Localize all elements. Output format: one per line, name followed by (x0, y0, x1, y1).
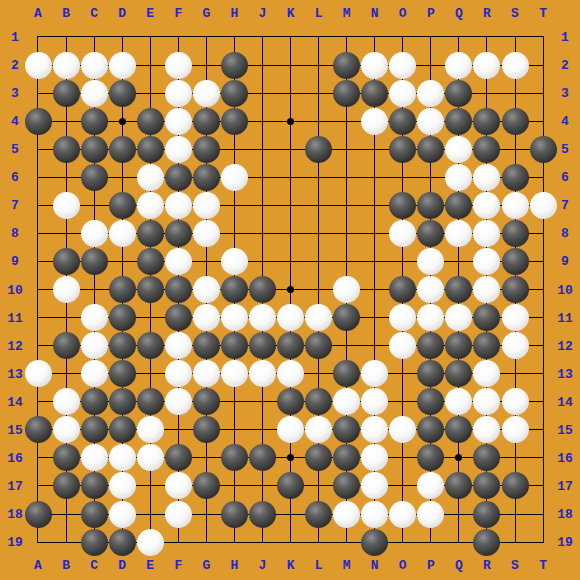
black-stone-S8[interactable] (502, 220, 529, 247)
white-stone-O2[interactable] (389, 52, 416, 79)
black-stone-G17[interactable] (193, 472, 220, 499)
white-stone-J13[interactable] (249, 360, 276, 387)
col-label-top-B: B (62, 6, 70, 21)
white-stone-G10[interactable] (193, 276, 220, 303)
white-stone-G7[interactable] (193, 192, 220, 219)
black-stone-C18[interactable] (81, 501, 108, 528)
col-label-bottom-G: G (202, 558, 210, 573)
black-stone-E5[interactable] (137, 136, 164, 163)
row-label-right-15: 15 (557, 422, 573, 437)
col-label-bottom-T: T (539, 558, 547, 573)
row-label-right-14: 14 (557, 394, 573, 409)
white-stone-Q11[interactable] (445, 304, 472, 331)
black-stone-J10[interactable] (249, 276, 276, 303)
white-stone-S14[interactable] (502, 388, 529, 415)
black-stone-B3[interactable] (53, 80, 80, 107)
col-label-top-C: C (90, 6, 98, 21)
row-label-right-18: 18 (557, 507, 573, 522)
white-stone-H6[interactable] (221, 164, 248, 191)
black-stone-K14[interactable] (277, 388, 304, 415)
col-label-bottom-A: A (34, 558, 42, 573)
black-stone-C5[interactable] (81, 136, 108, 163)
white-stone-F17[interactable] (165, 472, 192, 499)
row-label-right-16: 16 (557, 450, 573, 465)
black-stone-J12[interactable] (249, 332, 276, 359)
black-stone-L12[interactable] (305, 332, 332, 359)
white-stone-Q2[interactable] (445, 52, 472, 79)
col-label-top-K: K (287, 6, 295, 21)
black-stone-C9[interactable] (81, 248, 108, 275)
white-stone-N17[interactable] (361, 472, 388, 499)
black-stone-D13[interactable] (109, 360, 136, 387)
black-stone-D14[interactable] (109, 388, 136, 415)
black-stone-F6[interactable] (165, 164, 192, 191)
row-label-right-4: 4 (561, 114, 569, 129)
black-stone-C19[interactable] (81, 529, 108, 556)
black-stone-H16[interactable] (221, 444, 248, 471)
white-stone-N13[interactable] (361, 360, 388, 387)
white-stone-L11[interactable] (305, 304, 332, 331)
black-stone-Q12[interactable] (445, 332, 472, 359)
black-stone-C4[interactable] (81, 108, 108, 135)
white-stone-R15[interactable] (473, 416, 500, 443)
col-label-bottom-O: O (399, 558, 407, 573)
black-stone-M2[interactable] (333, 52, 360, 79)
white-stone-S15[interactable] (502, 416, 529, 443)
col-label-top-P: P (427, 6, 435, 21)
black-stone-P12[interactable] (417, 332, 444, 359)
white-stone-R8[interactable] (473, 220, 500, 247)
white-stone-C11[interactable] (81, 304, 108, 331)
white-stone-D18[interactable] (109, 501, 136, 528)
star-point (119, 118, 126, 125)
col-label-top-M: M (343, 6, 351, 21)
black-stone-M15[interactable] (333, 416, 360, 443)
col-label-bottom-J: J (259, 558, 267, 573)
black-stone-H3[interactable] (221, 80, 248, 107)
black-stone-R5[interactable] (473, 136, 500, 163)
white-stone-B7[interactable] (53, 192, 80, 219)
col-label-top-O: O (399, 6, 407, 21)
row-label-left-11: 11 (7, 310, 23, 325)
white-stone-F4[interactable] (165, 108, 192, 135)
black-stone-J18[interactable] (249, 501, 276, 528)
col-label-bottom-S: S (511, 558, 519, 573)
white-stone-O18[interactable] (389, 501, 416, 528)
white-stone-F9[interactable] (165, 248, 192, 275)
black-stone-D19[interactable] (109, 529, 136, 556)
black-stone-M3[interactable] (333, 80, 360, 107)
white-stone-P17[interactable] (417, 472, 444, 499)
white-stone-D2[interactable] (109, 52, 136, 79)
white-stone-C13[interactable] (81, 360, 108, 387)
black-stone-D12[interactable] (109, 332, 136, 359)
col-label-top-J: J (259, 6, 267, 21)
black-stone-G6[interactable] (193, 164, 220, 191)
black-stone-P5[interactable] (417, 136, 444, 163)
row-label-right-7: 7 (561, 198, 569, 213)
white-stone-E7[interactable] (137, 192, 164, 219)
row-label-left-8: 8 (11, 226, 19, 241)
row-label-right-3: 3 (561, 86, 569, 101)
col-label-top-Q: Q (455, 6, 463, 21)
row-label-left-1: 1 (11, 30, 19, 45)
black-stone-H10[interactable] (221, 276, 248, 303)
white-stone-F5[interactable] (165, 136, 192, 163)
white-stone-B2[interactable] (53, 52, 80, 79)
black-stone-P13[interactable] (417, 360, 444, 387)
col-label-bottom-N: N (371, 558, 379, 573)
col-label-bottom-K: K (287, 558, 295, 573)
row-label-right-6: 6 (561, 170, 569, 185)
row-label-left-18: 18 (7, 507, 23, 522)
black-stone-E10[interactable] (137, 276, 164, 303)
black-stone-K12[interactable] (277, 332, 304, 359)
black-stone-L5[interactable] (305, 136, 332, 163)
white-stone-F13[interactable] (165, 360, 192, 387)
black-stone-M17[interactable] (333, 472, 360, 499)
black-stone-R19[interactable] (473, 529, 500, 556)
white-stone-Q5[interactable] (445, 136, 472, 163)
black-stone-P16[interactable] (417, 444, 444, 471)
black-stone-S17[interactable] (502, 472, 529, 499)
black-stone-B9[interactable] (53, 248, 80, 275)
col-label-top-S: S (511, 6, 519, 21)
black-stone-G15[interactable] (193, 416, 220, 443)
white-stone-S11[interactable] (502, 304, 529, 331)
col-label-top-N: N (371, 6, 379, 21)
row-label-right-13: 13 (557, 366, 573, 381)
black-stone-N19[interactable] (361, 529, 388, 556)
col-label-top-R: R (483, 6, 491, 21)
black-stone-H2[interactable] (221, 52, 248, 79)
black-stone-R18[interactable] (473, 501, 500, 528)
white-stone-Q14[interactable] (445, 388, 472, 415)
row-label-left-16: 16 (7, 450, 23, 465)
white-stone-R13[interactable] (473, 360, 500, 387)
white-stone-L15[interactable] (305, 416, 332, 443)
star-point (287, 454, 294, 461)
white-stone-R2[interactable] (473, 52, 500, 79)
white-stone-P9[interactable] (417, 248, 444, 275)
black-stone-R11[interactable] (473, 304, 500, 331)
black-stone-R17[interactable] (473, 472, 500, 499)
col-label-bottom-M: M (343, 558, 351, 573)
white-stone-F12[interactable] (165, 332, 192, 359)
black-stone-K17[interactable] (277, 472, 304, 499)
white-stone-M14[interactable] (333, 388, 360, 415)
col-label-bottom-B: B (62, 558, 70, 573)
black-stone-C6[interactable] (81, 164, 108, 191)
black-stone-G12[interactable] (193, 332, 220, 359)
black-stone-D7[interactable] (109, 192, 136, 219)
white-stone-F3[interactable] (165, 80, 192, 107)
black-stone-R16[interactable] (473, 444, 500, 471)
white-stone-D8[interactable] (109, 220, 136, 247)
col-label-top-F: F (174, 6, 182, 21)
white-stone-J11[interactable] (249, 304, 276, 331)
white-stone-O3[interactable] (389, 80, 416, 107)
black-stone-C14[interactable] (81, 388, 108, 415)
white-stone-E15[interactable] (137, 416, 164, 443)
black-stone-Q15[interactable] (445, 416, 472, 443)
black-stone-L14[interactable] (305, 388, 332, 415)
black-stone-C15[interactable] (81, 416, 108, 443)
black-stone-E4[interactable] (137, 108, 164, 135)
white-stone-Q8[interactable] (445, 220, 472, 247)
black-stone-C17[interactable] (81, 472, 108, 499)
row-label-right-11: 11 (557, 310, 573, 325)
col-label-top-G: G (202, 6, 210, 21)
black-stone-Q4[interactable] (445, 108, 472, 135)
black-stone-R4[interactable] (473, 108, 500, 135)
black-stone-F10[interactable] (165, 276, 192, 303)
row-label-left-9: 9 (11, 254, 19, 269)
black-stone-D5[interactable] (109, 136, 136, 163)
white-stone-G3[interactable] (193, 80, 220, 107)
row-label-right-8: 8 (561, 226, 569, 241)
col-label-top-L: L (315, 6, 323, 21)
row-label-right-19: 19 (557, 535, 573, 550)
white-stone-P3[interactable] (417, 80, 444, 107)
row-label-right-12: 12 (557, 338, 573, 353)
white-stone-K11[interactable] (277, 304, 304, 331)
black-stone-M16[interactable] (333, 444, 360, 471)
star-point (455, 454, 462, 461)
white-stone-F18[interactable] (165, 501, 192, 528)
black-stone-S9[interactable] (502, 248, 529, 275)
black-stone-H18[interactable] (221, 501, 248, 528)
black-stone-A4[interactable] (25, 108, 52, 135)
white-stone-P10[interactable] (417, 276, 444, 303)
row-label-left-2: 2 (11, 58, 19, 73)
black-stone-G5[interactable] (193, 136, 220, 163)
black-stone-Q10[interactable] (445, 276, 472, 303)
white-stone-H9[interactable] (221, 248, 248, 275)
black-stone-S6[interactable] (502, 164, 529, 191)
white-stone-N18[interactable] (361, 501, 388, 528)
white-stone-N16[interactable] (361, 444, 388, 471)
black-stone-A15[interactable] (25, 416, 52, 443)
black-stone-B16[interactable] (53, 444, 80, 471)
white-stone-G11[interactable] (193, 304, 220, 331)
white-stone-C16[interactable] (81, 444, 108, 471)
black-stone-Q17[interactable] (445, 472, 472, 499)
white-stone-E16[interactable] (137, 444, 164, 471)
black-stone-L18[interactable] (305, 501, 332, 528)
col-label-bottom-D: D (118, 558, 126, 573)
white-stone-D17[interactable] (109, 472, 136, 499)
black-stone-B17[interactable] (53, 472, 80, 499)
white-stone-B14[interactable] (53, 388, 80, 415)
row-label-left-3: 3 (11, 86, 19, 101)
black-stone-R12[interactable] (473, 332, 500, 359)
white-stone-Q6[interactable] (445, 164, 472, 191)
black-stone-A18[interactable] (25, 501, 52, 528)
row-label-left-10: 10 (7, 282, 23, 297)
black-stone-H12[interactable] (221, 332, 248, 359)
row-label-left-6: 6 (11, 170, 19, 185)
white-stone-K13[interactable] (277, 360, 304, 387)
row-label-right-17: 17 (557, 478, 573, 493)
white-stone-A13[interactable] (25, 360, 52, 387)
white-stone-O12[interactable] (389, 332, 416, 359)
white-stone-G8[interactable] (193, 220, 220, 247)
white-stone-C3[interactable] (81, 80, 108, 107)
row-label-left-17: 17 (7, 478, 23, 493)
black-stone-M13[interactable] (333, 360, 360, 387)
row-label-right-5: 5 (561, 142, 569, 157)
black-stone-M11[interactable] (333, 304, 360, 331)
white-stone-F2[interactable] (165, 52, 192, 79)
black-stone-H4[interactable] (221, 108, 248, 135)
white-stone-R6[interactable] (473, 164, 500, 191)
black-stone-B5[interactable] (53, 136, 80, 163)
col-label-top-H: H (231, 6, 239, 21)
black-stone-P8[interactable] (417, 220, 444, 247)
star-point (287, 286, 294, 293)
black-stone-B12[interactable] (53, 332, 80, 359)
row-label-left-14: 14 (7, 394, 23, 409)
row-label-left-5: 5 (11, 142, 19, 157)
white-stone-R7[interactable] (473, 192, 500, 219)
white-stone-O11[interactable] (389, 304, 416, 331)
row-label-right-2: 2 (561, 58, 569, 73)
black-stone-Q3[interactable] (445, 80, 472, 107)
white-stone-S12[interactable] (502, 332, 529, 359)
black-stone-O10[interactable] (389, 276, 416, 303)
black-stone-F8[interactable] (165, 220, 192, 247)
col-label-bottom-Q: Q (455, 558, 463, 573)
black-stone-N3[interactable] (361, 80, 388, 107)
col-label-top-T: T (539, 6, 547, 21)
black-stone-Q7[interactable] (445, 192, 472, 219)
white-stone-A2[interactable] (25, 52, 52, 79)
white-stone-O8[interactable] (389, 220, 416, 247)
white-stone-R9[interactable] (473, 248, 500, 275)
black-stone-D10[interactable] (109, 276, 136, 303)
white-stone-H13[interactable] (221, 360, 248, 387)
black-stone-P14[interactable] (417, 388, 444, 415)
black-stone-O4[interactable] (389, 108, 416, 135)
black-stone-D11[interactable] (109, 304, 136, 331)
white-stone-K15[interactable] (277, 416, 304, 443)
go-board[interactable]: AABBCCDDEEFFGGHHJJKKLLMMNNOOPPQQRRSSTT11… (0, 0, 580, 580)
white-stone-D16[interactable] (109, 444, 136, 471)
white-stone-G13[interactable] (193, 360, 220, 387)
col-label-top-D: D (118, 6, 126, 21)
col-label-top-E: E (146, 6, 154, 21)
black-stone-P7[interactable] (417, 192, 444, 219)
white-stone-N15[interactable] (361, 416, 388, 443)
black-stone-O7[interactable] (389, 192, 416, 219)
white-stone-N4[interactable] (361, 108, 388, 135)
white-stone-C2[interactable] (81, 52, 108, 79)
white-stone-B10[interactable] (53, 276, 80, 303)
black-stone-E8[interactable] (137, 220, 164, 247)
col-label-bottom-E: E (146, 558, 154, 573)
board-grid (37, 36, 544, 543)
white-stone-S2[interactable] (502, 52, 529, 79)
col-label-bottom-L: L (315, 558, 323, 573)
black-stone-F11[interactable] (165, 304, 192, 331)
white-stone-M10[interactable] (333, 276, 360, 303)
white-stone-M18[interactable] (333, 501, 360, 528)
black-stone-D15[interactable] (109, 416, 136, 443)
white-stone-T7[interactable] (530, 192, 557, 219)
black-stone-S10[interactable] (502, 276, 529, 303)
black-stone-P15[interactable] (417, 416, 444, 443)
row-label-left-19: 19 (7, 535, 23, 550)
black-stone-T5[interactable] (530, 136, 557, 163)
col-label-bottom-P: P (427, 558, 435, 573)
col-label-bottom-H: H (231, 558, 239, 573)
white-stone-E19[interactable] (137, 529, 164, 556)
black-stone-J16[interactable] (249, 444, 276, 471)
col-label-bottom-C: C (90, 558, 98, 573)
black-stone-S4[interactable] (502, 108, 529, 135)
white-stone-E6[interactable] (137, 164, 164, 191)
star-point (287, 118, 294, 125)
row-label-right-9: 9 (561, 254, 569, 269)
black-stone-G14[interactable] (193, 388, 220, 415)
white-stone-H11[interactable] (221, 304, 248, 331)
white-stone-N2[interactable] (361, 52, 388, 79)
white-stone-P11[interactable] (417, 304, 444, 331)
black-stone-G4[interactable] (193, 108, 220, 135)
row-label-right-1: 1 (561, 30, 569, 45)
col-label-top-A: A (34, 6, 42, 21)
white-stone-P4[interactable] (417, 108, 444, 135)
white-stone-R14[interactable] (473, 388, 500, 415)
black-stone-E14[interactable] (137, 388, 164, 415)
white-stone-B15[interactable] (53, 416, 80, 443)
white-stone-F14[interactable] (165, 388, 192, 415)
black-stone-Q13[interactable] (445, 360, 472, 387)
row-label-left-7: 7 (11, 198, 19, 213)
black-stone-F16[interactable] (165, 444, 192, 471)
white-stone-S7[interactable] (502, 192, 529, 219)
black-stone-E12[interactable] (137, 332, 164, 359)
white-stone-R10[interactable] (473, 276, 500, 303)
row-label-left-4: 4 (11, 114, 19, 129)
white-stone-F7[interactable] (165, 192, 192, 219)
black-stone-D3[interactable] (109, 80, 136, 107)
white-stone-C8[interactable] (81, 220, 108, 247)
white-stone-P18[interactable] (417, 501, 444, 528)
row-label-left-12: 12 (7, 338, 23, 353)
row-label-left-13: 13 (7, 366, 23, 381)
white-stone-C12[interactable] (81, 332, 108, 359)
col-label-bottom-R: R (483, 558, 491, 573)
row-label-left-15: 15 (7, 422, 23, 437)
black-stone-O5[interactable] (389, 136, 416, 163)
white-stone-O15[interactable] (389, 416, 416, 443)
row-label-right-10: 10 (557, 282, 573, 297)
black-stone-L16[interactable] (305, 444, 332, 471)
col-label-bottom-F: F (174, 558, 182, 573)
black-stone-E9[interactable] (137, 248, 164, 275)
white-stone-N14[interactable] (361, 388, 388, 415)
